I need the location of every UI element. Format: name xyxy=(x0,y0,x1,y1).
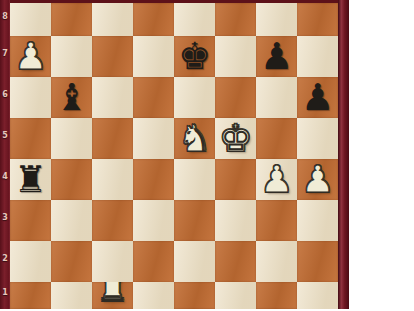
square-b4 xyxy=(51,159,92,200)
square-e3 xyxy=(174,200,215,241)
square-a3 xyxy=(10,200,51,241)
square-a2 xyxy=(10,241,51,282)
square-e2 xyxy=(174,241,215,282)
square-g7: ♟ xyxy=(256,36,297,77)
rank-label-7: 7 xyxy=(0,33,10,74)
square-d6 xyxy=(133,77,174,118)
square-f5: ♚ xyxy=(215,118,256,159)
square-f1 xyxy=(215,282,256,309)
square-d8 xyxy=(133,3,174,36)
rank-label-2: 2 xyxy=(0,238,10,279)
square-b6: ♝ xyxy=(51,77,92,118)
square-g6 xyxy=(256,77,297,118)
square-h7 xyxy=(297,36,338,77)
square-c3 xyxy=(92,200,133,241)
square-b8 xyxy=(51,3,92,36)
square-b5 xyxy=(51,118,92,159)
square-c1: ♜ xyxy=(92,282,133,309)
square-b2 xyxy=(51,241,92,282)
square-h8 xyxy=(297,3,338,36)
square-g3 xyxy=(256,200,297,241)
rank-label-6: 6 xyxy=(0,74,10,115)
square-d3 xyxy=(133,200,174,241)
white-king: ♚ xyxy=(215,118,256,159)
square-c5 xyxy=(92,118,133,159)
square-d1 xyxy=(133,282,174,309)
white-pawn: ♟ xyxy=(297,159,338,200)
square-b1 xyxy=(51,282,92,309)
square-a7: ♟ xyxy=(10,36,51,77)
square-e8 xyxy=(174,3,215,36)
white-pawn: ♟ xyxy=(10,36,51,77)
square-d5 xyxy=(133,118,174,159)
square-c6 xyxy=(92,77,133,118)
square-c2 xyxy=(92,241,133,282)
square-f2 xyxy=(215,241,256,282)
square-e1 xyxy=(174,282,215,309)
square-g1 xyxy=(256,282,297,309)
square-f6 xyxy=(215,77,256,118)
square-h6: ♟ xyxy=(297,77,338,118)
square-h3 xyxy=(297,200,338,241)
rank-label-4: 4 xyxy=(0,156,10,197)
square-g4: ♟ xyxy=(256,159,297,200)
square-f3 xyxy=(215,200,256,241)
white-rook: ♜ xyxy=(92,282,133,309)
square-e5: ♞ xyxy=(174,118,215,159)
square-g5 xyxy=(256,118,297,159)
square-h5 xyxy=(297,118,338,159)
white-pawn: ♟ xyxy=(256,159,297,200)
square-f4 xyxy=(215,159,256,200)
square-a1 xyxy=(10,282,51,309)
rank-label-3: 3 xyxy=(0,197,10,238)
square-a5 xyxy=(10,118,51,159)
square-c4 xyxy=(92,159,133,200)
square-c7 xyxy=(92,36,133,77)
square-d4 xyxy=(133,159,174,200)
square-h2 xyxy=(297,241,338,282)
square-e7: ♚ xyxy=(174,36,215,77)
square-f8 xyxy=(215,3,256,36)
rank-label-1: 1 xyxy=(0,279,10,306)
square-h1 xyxy=(297,282,338,309)
board-frame-right xyxy=(338,0,349,309)
chessboard: ♟♚♟♝♟♞♚♜♟♟♜ xyxy=(10,3,338,309)
black-pawn: ♟ xyxy=(256,36,297,77)
square-c8 xyxy=(92,3,133,36)
black-rook: ♜ xyxy=(10,159,51,200)
square-b3 xyxy=(51,200,92,241)
square-a8 xyxy=(10,3,51,36)
rank-labels: 87654321 xyxy=(0,0,10,309)
white-knight: ♞ xyxy=(174,118,215,159)
square-e4 xyxy=(174,159,215,200)
chess-diagram: 87654321 ♟♚♟♝♟♞♚♜♟♟♜ xyxy=(0,0,414,311)
black-pawn: ♟ xyxy=(297,77,338,118)
square-f7 xyxy=(215,36,256,77)
square-h4: ♟ xyxy=(297,159,338,200)
square-g2 xyxy=(256,241,297,282)
black-king: ♚ xyxy=(174,36,215,77)
square-a6 xyxy=(10,77,51,118)
rank-label-8: 8 xyxy=(0,0,10,33)
square-b7 xyxy=(51,36,92,77)
square-e6 xyxy=(174,77,215,118)
rank-label-5: 5 xyxy=(0,115,10,156)
square-d7 xyxy=(133,36,174,77)
square-g8 xyxy=(256,3,297,36)
square-d2 xyxy=(133,241,174,282)
square-a4: ♜ xyxy=(10,159,51,200)
black-bishop: ♝ xyxy=(51,77,92,118)
